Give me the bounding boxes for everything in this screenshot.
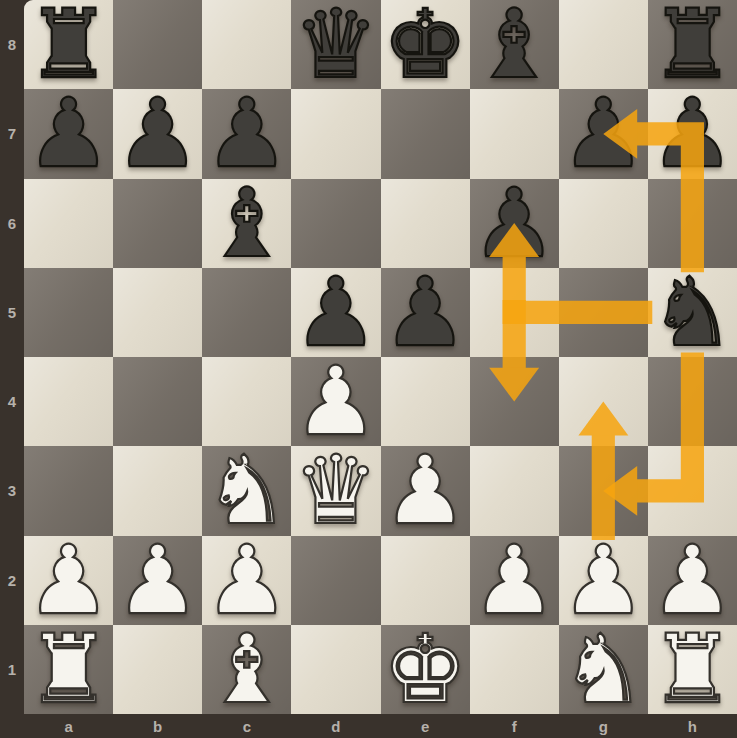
white-pawn-d4[interactable]: ♟	[293, 357, 378, 446]
white-queen-d3[interactable]: ♛	[293, 446, 378, 535]
rank-label-7: 7	[0, 89, 24, 178]
black-rook-h8[interactable]: ♜	[650, 0, 735, 89]
square-h7[interactable]: ♟	[648, 89, 737, 178]
black-pawn-b7[interactable]: ♟	[115, 89, 200, 178]
square-d2[interactable]	[291, 536, 380, 625]
rank-label-5: 5	[0, 268, 24, 357]
square-c3[interactable]: ♞	[202, 446, 291, 535]
file-label-d: d	[291, 714, 380, 738]
square-c1[interactable]: ♝	[202, 625, 291, 714]
square-b4[interactable]	[113, 357, 202, 446]
black-pawn-f6[interactable]: ♟	[472, 179, 557, 268]
square-d1[interactable]	[291, 625, 380, 714]
square-b5[interactable]	[113, 268, 202, 357]
square-e1[interactable]: ♚	[381, 625, 470, 714]
square-h1[interactable]: ♜	[648, 625, 737, 714]
white-king-e1[interactable]: ♚	[382, 625, 467, 714]
rank-label-4: 4	[0, 357, 24, 446]
chess-board-app: 87654321 ♜♛♚♝♜♟♟♟♟♟♝♟♟♟♞♟♞♛♟♟♟♟♟♟♟♜♝♚♞♜ …	[0, 0, 737, 738]
square-c4[interactable]	[202, 357, 291, 446]
square-f2[interactable]: ♟	[470, 536, 559, 625]
file-label-g: g	[559, 714, 648, 738]
square-a2[interactable]: ♟	[24, 536, 113, 625]
square-a3[interactable]	[24, 446, 113, 535]
file-label-b: b	[113, 714, 202, 738]
square-g4[interactable]	[559, 357, 648, 446]
black-rook-a8[interactable]: ♜	[26, 0, 111, 89]
white-rook-h1[interactable]: ♜	[650, 625, 735, 714]
board: ♜♛♚♝♜♟♟♟♟♟♝♟♟♟♞♟♞♛♟♟♟♟♟♟♟♜♝♚♞♜	[24, 0, 737, 714]
square-d7[interactable]	[291, 89, 380, 178]
square-f8[interactable]: ♝	[470, 0, 559, 89]
square-e8[interactable]: ♚	[381, 0, 470, 89]
square-g8[interactable]	[559, 0, 648, 89]
rank-label-8: 8	[0, 0, 24, 89]
square-a6[interactable]	[24, 179, 113, 268]
black-bishop-c6[interactable]: ♝	[204, 179, 289, 268]
square-c7[interactable]: ♟	[202, 89, 291, 178]
file-coordinates: abcdefgh	[24, 714, 737, 738]
square-e6[interactable]	[381, 179, 470, 268]
square-b7[interactable]: ♟	[113, 89, 202, 178]
white-pawn-e3[interactable]: ♟	[382, 446, 467, 535]
white-knight-g1[interactable]: ♞	[561, 625, 646, 714]
white-bishop-c1[interactable]: ♝	[204, 625, 289, 714]
square-f6[interactable]: ♟	[470, 179, 559, 268]
square-e2[interactable]	[381, 536, 470, 625]
file-label-f: f	[470, 714, 559, 738]
white-pawn-b2[interactable]: ♟	[115, 536, 200, 625]
square-h8[interactable]: ♜	[648, 0, 737, 89]
square-c6[interactable]: ♝	[202, 179, 291, 268]
rank-label-3: 3	[0, 446, 24, 535]
rank-label-1: 1	[0, 625, 24, 714]
square-b2[interactable]: ♟	[113, 536, 202, 625]
square-b3[interactable]	[113, 446, 202, 535]
square-g6[interactable]	[559, 179, 648, 268]
square-d5[interactable]: ♟	[291, 268, 380, 357]
file-label-c: c	[202, 714, 291, 738]
square-e7[interactable]	[381, 89, 470, 178]
white-pawn-g2[interactable]: ♟	[561, 536, 646, 625]
white-knight-c3[interactable]: ♞	[204, 446, 289, 535]
square-g7[interactable]: ♟	[559, 89, 648, 178]
square-h6[interactable]	[648, 179, 737, 268]
square-f1[interactable]	[470, 625, 559, 714]
square-h5[interactable]: ♞	[648, 268, 737, 357]
square-h2[interactable]: ♟	[648, 536, 737, 625]
square-f3[interactable]	[470, 446, 559, 535]
file-label-h: h	[648, 714, 737, 738]
square-g2[interactable]: ♟	[559, 536, 648, 625]
file-label-e: e	[381, 714, 470, 738]
square-b1[interactable]	[113, 625, 202, 714]
square-a7[interactable]: ♟	[24, 89, 113, 178]
square-d4[interactable]: ♟	[291, 357, 380, 446]
square-e5[interactable]: ♟	[381, 268, 470, 357]
rank-label-6: 6	[0, 179, 24, 268]
black-bishop-f8[interactable]: ♝	[472, 0, 557, 89]
file-label-a: a	[24, 714, 113, 738]
black-pawn-c7[interactable]: ♟	[204, 89, 289, 178]
white-pawn-a2[interactable]: ♟	[26, 536, 111, 625]
square-c8[interactable]	[202, 0, 291, 89]
square-d3[interactable]: ♛	[291, 446, 380, 535]
black-pawn-e5[interactable]: ♟	[382, 268, 467, 357]
square-b6[interactable]	[113, 179, 202, 268]
square-d6[interactable]	[291, 179, 380, 268]
black-pawn-a7[interactable]: ♟	[26, 89, 111, 178]
black-pawn-g7[interactable]: ♟	[561, 89, 646, 178]
square-h3[interactable]	[648, 446, 737, 535]
square-e4[interactable]	[381, 357, 470, 446]
square-b8[interactable]	[113, 0, 202, 89]
square-a5[interactable]	[24, 268, 113, 357]
square-g3[interactable]	[559, 446, 648, 535]
white-rook-a1[interactable]: ♜	[26, 625, 111, 714]
square-g5[interactable]	[559, 268, 648, 357]
square-c5[interactable]	[202, 268, 291, 357]
black-knight-h5[interactable]: ♞	[650, 268, 735, 357]
square-f7[interactable]	[470, 89, 559, 178]
square-a4[interactable]	[24, 357, 113, 446]
white-pawn-c2[interactable]: ♟	[204, 536, 289, 625]
square-g1[interactable]: ♞	[559, 625, 648, 714]
rank-label-2: 2	[0, 536, 24, 625]
rank-coordinates: 87654321	[0, 0, 24, 714]
white-pawn-h2[interactable]: ♟	[650, 536, 735, 625]
white-pawn-f2[interactable]: ♟	[472, 536, 557, 625]
square-d8[interactable]: ♛	[291, 0, 380, 89]
square-c2[interactable]: ♟	[202, 536, 291, 625]
black-pawn-h7[interactable]: ♟	[650, 89, 735, 178]
square-f4[interactable]	[470, 357, 559, 446]
square-f5[interactable]	[470, 268, 559, 357]
square-a8[interactable]: ♜	[24, 0, 113, 89]
black-queen-d8[interactable]: ♛	[293, 0, 378, 89]
black-pawn-d5[interactable]: ♟	[293, 268, 378, 357]
square-h4[interactable]	[648, 357, 737, 446]
square-a1[interactable]: ♜	[24, 625, 113, 714]
square-e3[interactable]: ♟	[381, 446, 470, 535]
black-king-e8[interactable]: ♚	[382, 0, 467, 89]
